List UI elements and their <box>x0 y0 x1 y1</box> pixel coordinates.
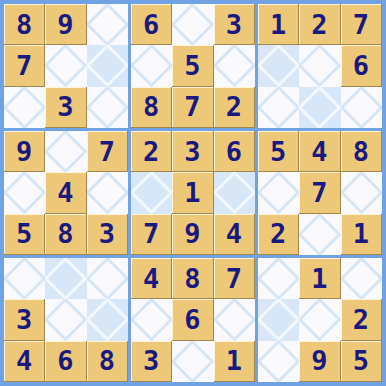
cell-r4c2[interactable] <box>45 131 86 172</box>
cell-r2c8[interactable] <box>299 45 340 86</box>
cell-r9c1: 4 <box>4 341 45 382</box>
cell-r2c6[interactable] <box>214 45 255 86</box>
box-4: 974583 <box>4 131 128 255</box>
empty-cell-diamond-icon <box>4 172 45 213</box>
cell-r9c8: 9 <box>299 341 340 382</box>
cell-r7c2[interactable] <box>45 258 86 299</box>
cell-r9c5[interactable] <box>172 341 213 382</box>
empty-cell-diamond-icon <box>87 172 128 213</box>
cell-r3c8[interactable] <box>299 87 340 128</box>
cell-r1c4: 6 <box>131 4 172 45</box>
cell-r6c2: 8 <box>45 214 86 255</box>
cell-r4c5: 3 <box>172 131 213 172</box>
box-6: 548721 <box>258 131 382 255</box>
box-9: 1295 <box>258 258 382 382</box>
given-digit: 5 <box>270 138 286 165</box>
cell-r2c1: 7 <box>4 45 45 86</box>
cell-r2c2[interactable] <box>45 45 86 86</box>
cell-r9c3: 8 <box>87 341 128 382</box>
given-digit: 9 <box>311 347 327 374</box>
empty-cell-diamond-icon <box>87 258 128 299</box>
cell-r4c4: 2 <box>131 131 172 172</box>
empty-cell-diamond-icon <box>172 4 213 45</box>
empty-cell-diamond-icon <box>341 172 382 213</box>
cell-r9c7[interactable] <box>258 341 299 382</box>
cell-r4c9: 8 <box>341 131 382 172</box>
cell-r2c4[interactable] <box>131 45 172 86</box>
empty-cell-diamond-icon <box>131 299 172 340</box>
empty-cell-diamond-icon <box>214 45 255 86</box>
cell-r3c3[interactable] <box>87 87 128 128</box>
empty-cell-diamond-icon <box>258 172 299 213</box>
cell-r7c8: 1 <box>299 258 340 299</box>
empty-cell-diamond-icon <box>4 258 45 299</box>
cell-r8c6[interactable] <box>214 299 255 340</box>
empty-cell-diamond-icon <box>45 299 86 340</box>
cell-r8c3[interactable] <box>87 299 128 340</box>
given-digit: 1 <box>226 347 242 374</box>
cell-r1c2: 9 <box>45 4 86 45</box>
cell-r4c3: 7 <box>87 131 128 172</box>
empty-cell-diamond-icon <box>299 45 340 86</box>
cell-r8c7[interactable] <box>258 299 299 340</box>
given-digit: 1 <box>353 220 369 247</box>
given-digit: 4 <box>226 220 242 247</box>
empty-cell-diamond-icon <box>131 45 172 86</box>
given-digit: 1 <box>311 265 327 292</box>
cell-r5c9[interactable] <box>341 172 382 213</box>
given-digit: 6 <box>143 11 159 38</box>
cell-r3c4: 8 <box>131 87 172 128</box>
cell-r9c6: 1 <box>214 341 255 382</box>
cell-r6c6: 4 <box>214 214 255 255</box>
box-2: 635872 <box>131 4 255 128</box>
given-digit: 8 <box>99 347 115 374</box>
given-digit: 3 <box>57 93 73 120</box>
given-digit: 8 <box>353 138 369 165</box>
cell-r4c1: 9 <box>4 131 45 172</box>
given-digit: 8 <box>184 265 200 292</box>
empty-cell-diamond-icon <box>258 45 299 86</box>
cell-r1c3[interactable] <box>87 4 128 45</box>
cell-r8c5: 6 <box>172 299 213 340</box>
given-digit: 3 <box>16 306 32 333</box>
cell-r6c4: 7 <box>131 214 172 255</box>
cell-r6c8[interactable] <box>299 214 340 255</box>
cell-r3c9[interactable] <box>341 87 382 128</box>
given-digit: 2 <box>226 93 242 120</box>
given-digit: 5 <box>184 52 200 79</box>
cell-r5c2: 4 <box>45 172 86 213</box>
given-digit: 3 <box>226 11 242 38</box>
given-digit: 5 <box>353 347 369 374</box>
empty-cell-diamond-icon <box>258 258 299 299</box>
cell-r5c1[interactable] <box>4 172 45 213</box>
cell-r1c1: 8 <box>4 4 45 45</box>
empty-cell-diamond-icon <box>87 87 128 128</box>
given-digit: 7 <box>99 138 115 165</box>
given-digit: 4 <box>311 138 327 165</box>
empty-cell-diamond-icon <box>258 341 299 382</box>
empty-cell-diamond-icon <box>87 45 128 86</box>
given-digit: 7 <box>184 93 200 120</box>
empty-cell-diamond-icon <box>87 299 128 340</box>
cell-r5c8: 7 <box>299 172 340 213</box>
given-digit: 1 <box>184 179 200 206</box>
cell-r9c9: 5 <box>341 341 382 382</box>
given-digit: 6 <box>353 52 369 79</box>
empty-cell-diamond-icon <box>258 299 299 340</box>
empty-cell-diamond-icon <box>45 258 86 299</box>
given-digit: 9 <box>57 11 73 38</box>
given-digit: 4 <box>57 179 73 206</box>
cell-r9c2: 6 <box>45 341 86 382</box>
given-digit: 9 <box>184 220 200 247</box>
given-digit: 2 <box>270 220 286 247</box>
given-digit: 2 <box>353 306 369 333</box>
cell-r6c5: 9 <box>172 214 213 255</box>
given-digit: 8 <box>16 11 32 38</box>
cell-r1c5[interactable] <box>172 4 213 45</box>
cell-r7c6: 7 <box>214 258 255 299</box>
empty-cell-diamond-icon <box>45 131 86 172</box>
given-digit: 3 <box>99 220 115 247</box>
given-digit: 3 <box>143 347 159 374</box>
cell-r6c9: 1 <box>341 214 382 255</box>
cell-r8c1: 3 <box>4 299 45 340</box>
cell-r8c9: 2 <box>341 299 382 340</box>
cell-r1c7: 1 <box>258 4 299 45</box>
given-digit: 1 <box>270 11 286 38</box>
given-digit: 8 <box>57 220 73 247</box>
given-digit: 7 <box>353 11 369 38</box>
empty-cell-diamond-icon <box>299 214 340 255</box>
box-1: 8973 <box>4 4 128 128</box>
cell-r2c5: 5 <box>172 45 213 86</box>
cell-r7c1[interactable] <box>4 258 45 299</box>
cell-r2c3[interactable] <box>87 45 128 86</box>
given-digit: 5 <box>16 220 32 247</box>
cell-r2c7[interactable] <box>258 45 299 86</box>
cell-r3c1[interactable] <box>4 87 45 128</box>
given-digit: 2 <box>311 11 327 38</box>
cell-r8c2[interactable] <box>45 299 86 340</box>
cell-r6c3: 3 <box>87 214 128 255</box>
cell-r5c5: 1 <box>172 172 213 213</box>
empty-cell-diamond-icon <box>172 341 213 382</box>
cell-r6c7: 2 <box>258 214 299 255</box>
given-digit: 7 <box>143 220 159 247</box>
given-digit: 7 <box>311 179 327 206</box>
empty-cell-diamond-icon <box>258 87 299 128</box>
cell-r4c8: 4 <box>299 131 340 172</box>
cell-r9c4: 3 <box>131 341 172 382</box>
cell-r3c7[interactable] <box>258 87 299 128</box>
given-digit: 3 <box>184 138 200 165</box>
cell-r3c6: 2 <box>214 87 255 128</box>
given-digit: 7 <box>226 265 242 292</box>
cell-r5c3[interactable] <box>87 172 128 213</box>
empty-cell-diamond-icon <box>131 172 172 213</box>
cell-r5c4[interactable] <box>131 172 172 213</box>
empty-cell-diamond-icon <box>4 87 45 128</box>
cell-r3c5: 7 <box>172 87 213 128</box>
cell-r7c3[interactable] <box>87 258 128 299</box>
cell-r7c5: 8 <box>172 258 213 299</box>
empty-cell-diamond-icon <box>299 87 340 128</box>
cell-r7c4: 4 <box>131 258 172 299</box>
empty-cell-diamond-icon <box>341 258 382 299</box>
cell-r7c9[interactable] <box>341 258 382 299</box>
given-digit: 2 <box>143 138 159 165</box>
box-7: 3468 <box>4 258 128 382</box>
cell-r6c1: 5 <box>4 214 45 255</box>
cell-r1c6: 3 <box>214 4 255 45</box>
given-digit: 4 <box>16 347 32 374</box>
empty-cell-diamond-icon <box>341 87 382 128</box>
given-digit: 6 <box>184 306 200 333</box>
cell-r7c7[interactable] <box>258 258 299 299</box>
empty-cell-diamond-icon <box>299 299 340 340</box>
cell-r8c4[interactable] <box>131 299 172 340</box>
given-digit: 8 <box>143 93 159 120</box>
cell-r4c7: 5 <box>258 131 299 172</box>
cell-r8c8[interactable] <box>299 299 340 340</box>
empty-cell-diamond-icon <box>214 172 255 213</box>
cell-r4c6: 6 <box>214 131 255 172</box>
box-5: 2361794 <box>131 131 255 255</box>
given-digit: 4 <box>143 265 159 292</box>
empty-cell-diamond-icon <box>45 45 86 86</box>
given-digit: 6 <box>57 347 73 374</box>
given-digit: 9 <box>16 138 32 165</box>
cell-r3c2: 3 <box>45 87 86 128</box>
cell-r5c7[interactable] <box>258 172 299 213</box>
empty-cell-diamond-icon <box>214 299 255 340</box>
cell-r5c6[interactable] <box>214 172 255 213</box>
cell-r2c9: 6 <box>341 45 382 86</box>
box-3: 1276 <box>258 4 382 128</box>
sudoku-board: 8973635872127697458323617945487213468487… <box>0 0 386 386</box>
cell-r1c9: 7 <box>341 4 382 45</box>
box-8: 487631 <box>131 258 255 382</box>
cell-r1c8: 2 <box>299 4 340 45</box>
given-digit: 7 <box>16 52 32 79</box>
empty-cell-diamond-icon <box>87 4 128 45</box>
given-digit: 6 <box>226 138 242 165</box>
